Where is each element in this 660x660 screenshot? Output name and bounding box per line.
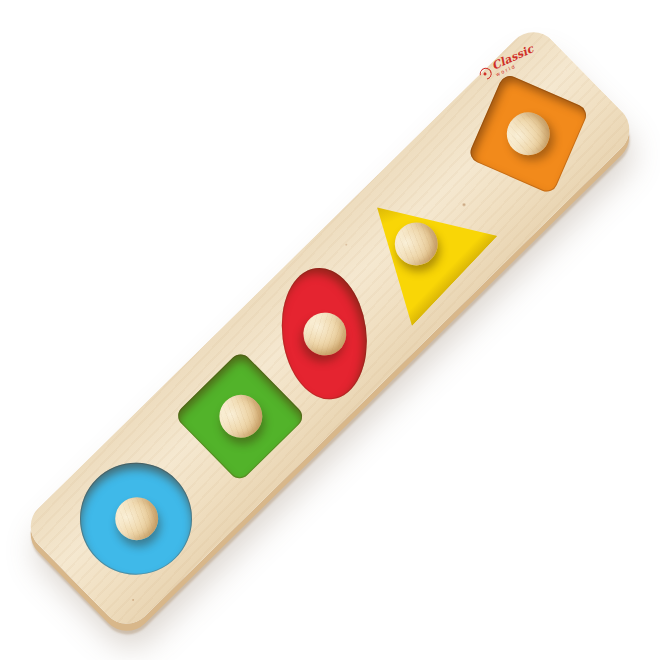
wooden-knob-blue-circle[interactable] bbox=[106, 488, 167, 549]
wooden-knob-orange-square[interactable] bbox=[499, 106, 556, 163]
slots-container bbox=[20, 21, 534, 526]
piece-orange-square[interactable] bbox=[466, 73, 588, 195]
piece-blue-circle[interactable] bbox=[57, 439, 215, 597]
classic-logo-swirl-icon bbox=[477, 65, 493, 81]
classic-logo-text: Classic world bbox=[490, 43, 538, 77]
wooden-knob-green-square[interactable] bbox=[210, 386, 271, 447]
wooden-knob-red-oval[interactable] bbox=[300, 309, 348, 357]
piece-green-square[interactable] bbox=[174, 350, 307, 483]
product-photo-scene: Classic world bbox=[0, 0, 660, 660]
wooden-knob-yellow-triangle[interactable] bbox=[385, 213, 446, 274]
piece-red-oval[interactable] bbox=[274, 263, 375, 405]
puzzle-board: Classic world bbox=[20, 21, 640, 634]
